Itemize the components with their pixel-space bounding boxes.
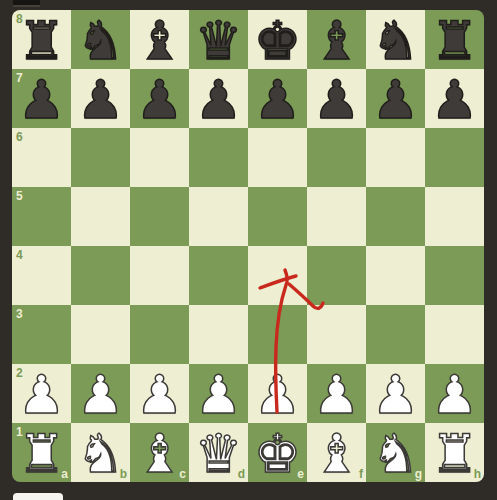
- square-e4[interactable]: [248, 246, 307, 305]
- square-a5[interactable]: 5: [12, 187, 71, 246]
- square-f5[interactable]: [307, 187, 366, 246]
- square-f2[interactable]: ♟: [307, 364, 366, 423]
- piece-white-b-c1[interactable]: ♝: [136, 424, 184, 482]
- square-e3[interactable]: [248, 305, 307, 364]
- piece-black-k-e8[interactable]: ♚: [254, 11, 302, 70]
- piece-black-p-a7[interactable]: ♟: [18, 70, 66, 129]
- piece-black-n-g8[interactable]: ♞: [372, 11, 420, 70]
- chess-board: 8♜♞♝♛♚♝♞♜7♟♟♟♟♟♟♟♟65432♟♟♟♟♟♟♟♟1a♜b♞c♝d♛…: [12, 10, 484, 482]
- rank-label-4: 4: [16, 249, 23, 261]
- square-h1[interactable]: h♜: [425, 423, 484, 482]
- rank-label-5: 5: [16, 190, 23, 202]
- square-c7[interactable]: ♟: [130, 69, 189, 128]
- square-h4[interactable]: [425, 246, 484, 305]
- piece-white-r-a1[interactable]: ♜: [18, 424, 66, 482]
- app-screen: 8♜♞♝♛♚♝♞♜7♟♟♟♟♟♟♟♟65432♟♟♟♟♟♟♟♟1a♜b♞c♝d♛…: [0, 0, 497, 500]
- square-d1[interactable]: d♛: [189, 423, 248, 482]
- square-e6[interactable]: [248, 128, 307, 187]
- square-f1[interactable]: f♝: [307, 423, 366, 482]
- piece-white-p-d2[interactable]: ♟: [195, 365, 243, 424]
- square-b2[interactable]: ♟: [71, 364, 130, 423]
- square-c2[interactable]: ♟: [130, 364, 189, 423]
- bottom-button-fragment[interactable]: [13, 493, 63, 500]
- piece-white-p-g2[interactable]: ♟: [372, 365, 420, 424]
- square-c1[interactable]: c♝: [130, 423, 189, 482]
- piece-white-p-a2[interactable]: ♟: [18, 365, 66, 424]
- piece-white-b-f1[interactable]: ♝: [313, 424, 361, 482]
- square-c6[interactable]: [130, 128, 189, 187]
- square-h7[interactable]: ♟: [425, 69, 484, 128]
- square-f4[interactable]: [307, 246, 366, 305]
- rank-label-3: 3: [16, 308, 23, 320]
- square-a7[interactable]: 7♟: [12, 69, 71, 128]
- square-e1[interactable]: e♚: [248, 423, 307, 482]
- square-c4[interactable]: [130, 246, 189, 305]
- square-d6[interactable]: [189, 128, 248, 187]
- square-b8[interactable]: ♞: [71, 10, 130, 69]
- square-h6[interactable]: [425, 128, 484, 187]
- square-d3[interactable]: [189, 305, 248, 364]
- piece-white-q-d1[interactable]: ♛: [195, 424, 243, 482]
- square-g5[interactable]: [366, 187, 425, 246]
- square-d4[interactable]: [189, 246, 248, 305]
- square-c5[interactable]: [130, 187, 189, 246]
- piece-white-p-e2[interactable]: ♟: [254, 365, 302, 424]
- piece-black-q-d8[interactable]: ♛: [195, 11, 243, 70]
- square-a3[interactable]: 3: [12, 305, 71, 364]
- piece-black-n-b8[interactable]: ♞: [77, 11, 125, 70]
- square-g1[interactable]: g♞: [366, 423, 425, 482]
- square-d7[interactable]: ♟: [189, 69, 248, 128]
- piece-white-p-b2[interactable]: ♟: [77, 365, 125, 424]
- square-g2[interactable]: ♟: [366, 364, 425, 423]
- piece-black-p-e7[interactable]: ♟: [254, 70, 302, 129]
- piece-white-n-g1[interactable]: ♞: [372, 424, 420, 482]
- square-h5[interactable]: [425, 187, 484, 246]
- square-g8[interactable]: ♞: [366, 10, 425, 69]
- piece-black-p-b7[interactable]: ♟: [77, 70, 125, 129]
- piece-black-p-h7[interactable]: ♟: [431, 70, 479, 129]
- square-b5[interactable]: [71, 187, 130, 246]
- piece-black-r-h8[interactable]: ♜: [431, 11, 479, 70]
- piece-black-b-c8[interactable]: ♝: [136, 11, 184, 70]
- piece-black-p-f7[interactable]: ♟: [313, 70, 361, 129]
- piece-black-p-d7[interactable]: ♟: [195, 70, 243, 129]
- piece-white-n-b1[interactable]: ♞: [77, 424, 125, 482]
- square-b6[interactable]: [71, 128, 130, 187]
- square-h2[interactable]: ♟: [425, 364, 484, 423]
- square-h8[interactable]: ♜: [425, 10, 484, 69]
- piece-black-p-c7[interactable]: ♟: [136, 70, 184, 129]
- square-f6[interactable]: [307, 128, 366, 187]
- square-d8[interactable]: ♛: [189, 10, 248, 69]
- square-f3[interactable]: [307, 305, 366, 364]
- square-d5[interactable]: [189, 187, 248, 246]
- square-b3[interactable]: [71, 305, 130, 364]
- rank-label-6: 6: [16, 131, 23, 143]
- piece-black-r-a8[interactable]: ♜: [18, 11, 66, 70]
- square-e8[interactable]: ♚: [248, 10, 307, 69]
- square-a6[interactable]: 6: [12, 128, 71, 187]
- piece-white-p-h2[interactable]: ♟: [431, 365, 479, 424]
- square-f8[interactable]: ♝: [307, 10, 366, 69]
- square-e2[interactable]: ♟: [248, 364, 307, 423]
- square-d2[interactable]: ♟: [189, 364, 248, 423]
- square-b4[interactable]: [71, 246, 130, 305]
- square-b1[interactable]: b♞: [71, 423, 130, 482]
- square-c3[interactable]: [130, 305, 189, 364]
- square-c8[interactable]: ♝: [130, 10, 189, 69]
- square-e5[interactable]: [248, 187, 307, 246]
- square-g4[interactable]: [366, 246, 425, 305]
- piece-black-b-f8[interactable]: ♝: [313, 11, 361, 70]
- square-f7[interactable]: ♟: [307, 69, 366, 128]
- square-g6[interactable]: [366, 128, 425, 187]
- piece-white-p-c2[interactable]: ♟: [136, 365, 184, 424]
- square-e7[interactable]: ♟: [248, 69, 307, 128]
- square-g7[interactable]: ♟: [366, 69, 425, 128]
- piece-white-k-e1[interactable]: ♚: [254, 424, 302, 482]
- square-a1[interactable]: 1a♜: [12, 423, 71, 482]
- square-h3[interactable]: [425, 305, 484, 364]
- square-a2[interactable]: 2♟: [12, 364, 71, 423]
- square-g3[interactable]: [366, 305, 425, 364]
- square-b7[interactable]: ♟: [71, 69, 130, 128]
- piece-white-p-f2[interactable]: ♟: [313, 365, 361, 424]
- top-bar-fragment: [13, 0, 40, 7]
- square-a8[interactable]: 8♜: [12, 10, 71, 69]
- piece-white-r-h1[interactable]: ♜: [431, 424, 479, 482]
- piece-black-p-g7[interactable]: ♟: [372, 70, 420, 129]
- square-a4[interactable]: 4: [12, 246, 71, 305]
